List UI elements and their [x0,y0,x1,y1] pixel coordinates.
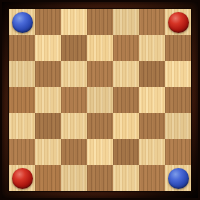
square-r2c0[interactable] [9,61,35,87]
square-r5c5[interactable] [139,139,165,165]
square-r1c0[interactable] [9,35,35,61]
square-r6c5[interactable] [139,165,165,191]
square-r6c6[interactable] [165,165,191,191]
square-r1c2[interactable] [61,35,87,61]
square-r6c1[interactable] [35,165,61,191]
square-r5c1[interactable] [35,139,61,165]
square-r3c1[interactable] [35,87,61,113]
square-r1c6[interactable] [165,35,191,61]
square-r2c1[interactable] [35,61,61,87]
square-r3c2[interactable] [61,87,87,113]
square-r0c1[interactable] [35,9,61,35]
square-r6c4[interactable] [113,165,139,191]
blue-piece[interactable] [12,12,33,33]
square-r0c3[interactable] [87,9,113,35]
square-r1c1[interactable] [35,35,61,61]
square-r1c4[interactable] [113,35,139,61]
square-r1c5[interactable] [139,35,165,61]
square-r4c5[interactable] [139,113,165,139]
square-r0c4[interactable] [113,9,139,35]
red-piece[interactable] [12,168,33,189]
square-r5c3[interactable] [87,139,113,165]
square-r4c1[interactable] [35,113,61,139]
square-r4c6[interactable] [165,113,191,139]
square-r2c3[interactable] [87,61,113,87]
square-r6c2[interactable] [61,165,87,191]
square-r3c3[interactable] [87,87,113,113]
square-r0c0[interactable] [9,9,35,35]
square-r0c6[interactable] [165,9,191,35]
square-r1c3[interactable] [87,35,113,61]
square-r6c0[interactable] [9,165,35,191]
square-r4c3[interactable] [87,113,113,139]
square-r3c6[interactable] [165,87,191,113]
blue-piece[interactable] [168,168,189,189]
square-r2c6[interactable] [165,61,191,87]
square-r0c5[interactable] [139,9,165,35]
square-r2c2[interactable] [61,61,87,87]
square-r0c2[interactable] [61,9,87,35]
square-r2c4[interactable] [113,61,139,87]
square-r6c3[interactable] [87,165,113,191]
board [9,9,191,191]
square-r2c5[interactable] [139,61,165,87]
square-r3c5[interactable] [139,87,165,113]
red-piece[interactable] [168,12,189,33]
square-r3c0[interactable] [9,87,35,113]
square-r5c4[interactable] [113,139,139,165]
square-r4c2[interactable] [61,113,87,139]
square-r3c4[interactable] [113,87,139,113]
square-r5c6[interactable] [165,139,191,165]
square-r4c0[interactable] [9,113,35,139]
square-r5c0[interactable] [9,139,35,165]
square-r5c2[interactable] [61,139,87,165]
square-r4c4[interactable] [113,113,139,139]
